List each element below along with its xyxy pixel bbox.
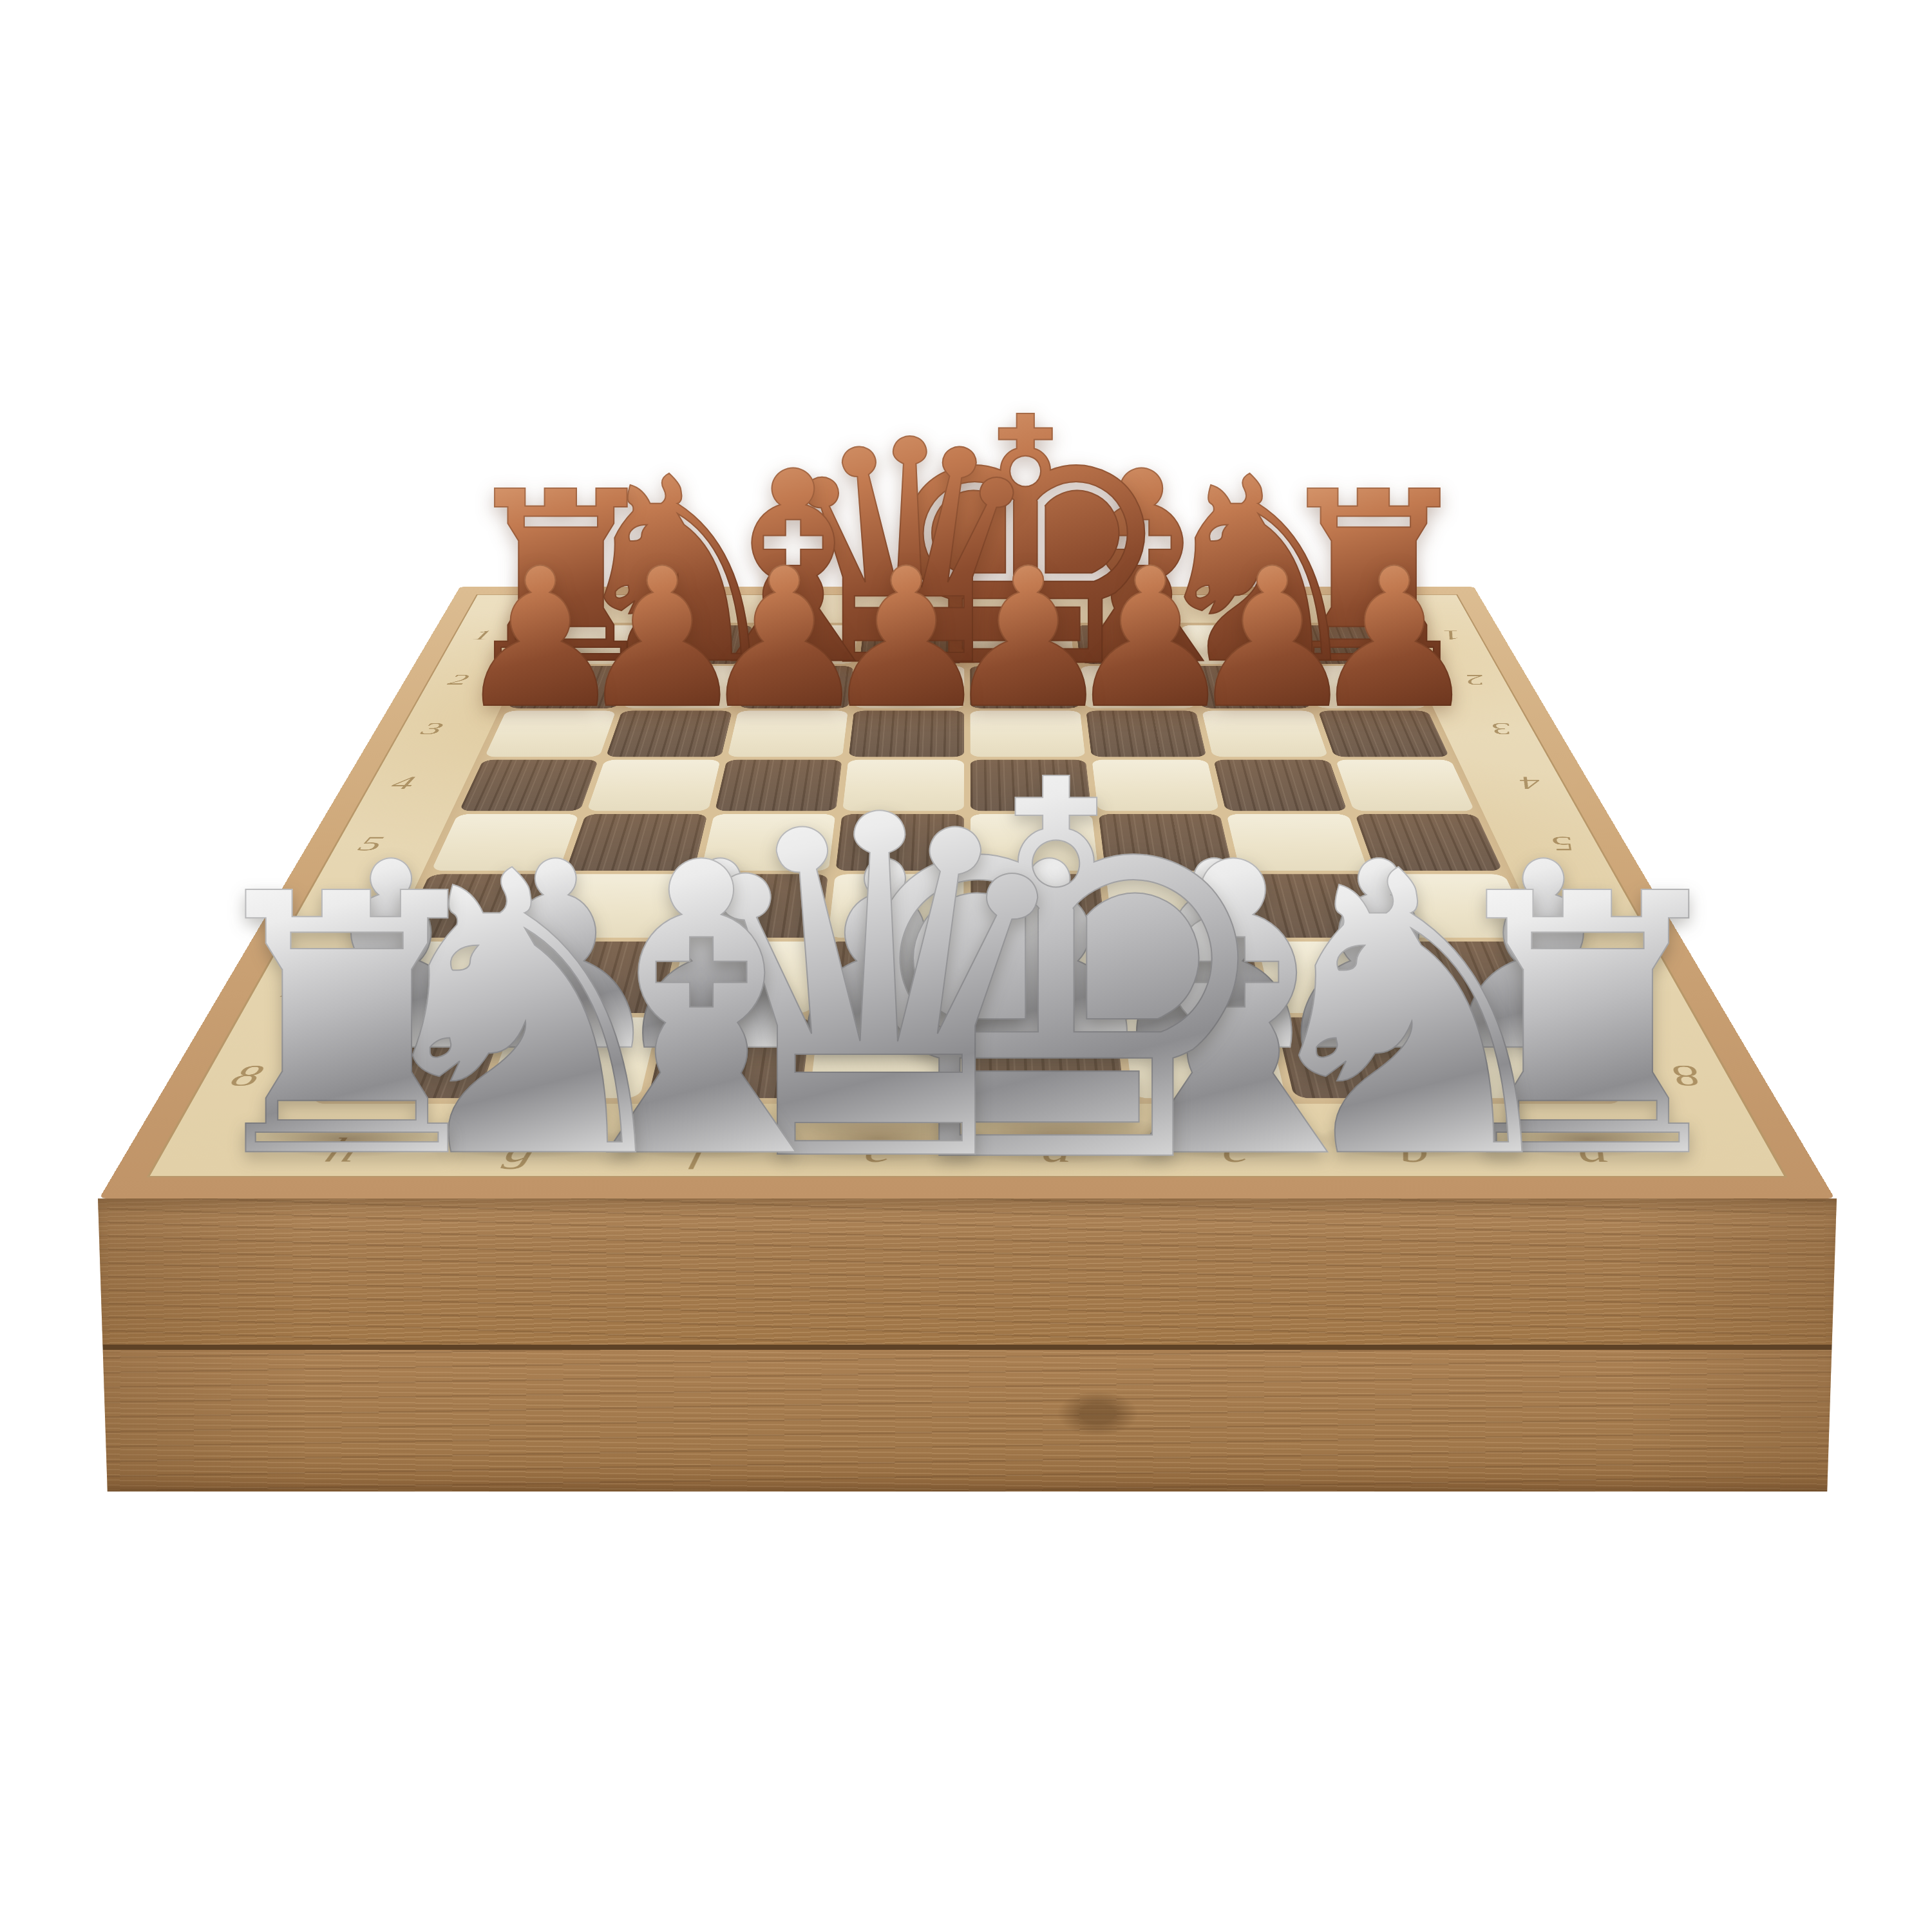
pieces-layer: ♜♞♝♚♛♝♞♜♟♟♟♟♟♟♟♟♟♟♟♟♟♟♟♟♜♞♝♚♛♝♞♜ [0,0,1932,1932]
piece-silver-rook-h8[interactable]: ♜ [186,847,508,1206]
piece-copper-pawn-h2[interactable]: ♟ [455,544,627,735]
chess-set-photo: hgfedcba1122334455667788 ♜♞♝♚♛♝♞♜♟♟♟♟♟♟♟… [0,0,1932,1932]
